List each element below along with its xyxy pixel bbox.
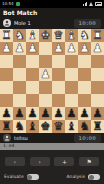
square-c5[interactable] <box>65 81 78 94</box>
black-bishop-piece[interactable]: ♝ <box>27 120 37 133</box>
flag-button[interactable]: ⚑ <box>79 157 99 166</box>
opponent-clock: 10:00 <box>74 19 101 28</box>
square-d8[interactable]: ♛ <box>52 120 65 133</box>
chevron-left-icon: ‹ <box>14 159 16 165</box>
player-row: tsitsu 10:00 <box>0 133 104 143</box>
square-e5[interactable] <box>39 81 52 94</box>
black-rook-piece[interactable]: ♜ <box>1 120 11 133</box>
black-bishop-piece[interactable]: ♝ <box>66 120 76 133</box>
square-a8[interactable]: ♜ <box>91 120 104 133</box>
bottom-controls: ‹ › + ⚑ Evaluate Analysis <box>0 150 104 184</box>
back-button[interactable]: ‹ <box>5 157 25 166</box>
square-e8[interactable]: ♚ <box>39 120 52 133</box>
white-pawn-piece[interactable]: ♟ <box>79 42 89 55</box>
battery-icon <box>95 2 102 6</box>
opponent-name: Mole 1 <box>14 21 74 26</box>
black-rook-piece[interactable]: ♜ <box>92 120 102 133</box>
header: Bot Match <box>0 8 104 17</box>
square-h5[interactable] <box>0 81 13 94</box>
square-c4[interactable] <box>65 68 78 81</box>
square-b4[interactable] <box>78 68 91 81</box>
player-name: tsitsu <box>14 136 74 141</box>
status-bar: 10:54 <box>0 0 104 8</box>
square-f2[interactable]: ♟ <box>26 42 39 55</box>
player-clock: 10:00 <box>74 134 101 143</box>
square-a5[interactable] <box>91 81 104 94</box>
black-knight-piece[interactable]: ♞ <box>14 120 24 133</box>
chess-board: ♜♞♝♚♛♝♞♜♟♟♟♟♟♟♟♟♟♟♟♟♟♟♟♟♜♞♝♚♛♝♞♜ <box>0 29 104 133</box>
square-d3[interactable] <box>52 55 65 68</box>
square-g5[interactable] <box>13 81 26 94</box>
evaluate-label: Evaluate <box>4 175 24 180</box>
square-f8[interactable]: ♝ <box>26 120 39 133</box>
square-g4[interactable] <box>13 68 26 81</box>
square-b3[interactable] <box>78 55 91 68</box>
square-g2[interactable]: ♟ <box>13 42 26 55</box>
white-pawn-piece[interactable]: ♟ <box>14 42 24 55</box>
square-g8[interactable]: ♞ <box>13 120 26 133</box>
toggle-row: Evaluate Analysis <box>0 174 104 180</box>
analysis-toggle[interactable] <box>88 174 100 180</box>
square-d5[interactable] <box>52 81 65 94</box>
mobile-data-icon <box>89 2 93 6</box>
nav-button-row: ‹ › + ⚑ <box>0 157 104 166</box>
square-h2[interactable]: ♟ <box>0 42 13 55</box>
square-c8[interactable]: ♝ <box>65 120 78 133</box>
square-c3[interactable] <box>65 55 78 68</box>
app-screen: 10:54 Bot Match Mole 1 10:00 ♜♞♝♚♛♝♞♜♟♟♟… <box>0 0 104 184</box>
white-pawn-piece[interactable]: ♟ <box>1 42 11 55</box>
square-e2[interactable] <box>39 42 52 55</box>
page-title: Bot Match <box>3 10 37 16</box>
square-h8[interactable]: ♜ <box>0 120 13 133</box>
square-b8[interactable]: ♞ <box>78 120 91 133</box>
square-c2[interactable]: ♟ <box>65 42 78 55</box>
analysis-label: Analysis <box>66 175 85 180</box>
status-time: 10:54 <box>2 2 14 6</box>
white-king-piece[interactable]: ♚ <box>40 29 50 42</box>
square-b2[interactable]: ♟ <box>78 42 91 55</box>
square-d4[interactable] <box>52 68 65 81</box>
notification-icon <box>16 2 20 6</box>
plus-icon: + <box>62 159 67 165</box>
forward-button[interactable]: › <box>30 157 50 166</box>
square-a3[interactable] <box>91 55 104 68</box>
move-list[interactable]: 1. e4 <box>0 143 104 150</box>
black-queen-piece[interactable]: ♛ <box>53 120 63 133</box>
opponent-avatar[interactable] <box>3 19 11 27</box>
white-pawn-piece[interactable]: ♟ <box>40 68 50 81</box>
white-pawn-piece[interactable]: ♟ <box>53 42 63 55</box>
square-f4[interactable] <box>26 68 39 81</box>
square-f5[interactable] <box>26 81 39 94</box>
move-text: 1. e4 <box>3 144 14 149</box>
square-f3[interactable] <box>26 55 39 68</box>
square-a4[interactable] <box>91 68 104 81</box>
square-e4[interactable]: ♟ <box>39 68 52 81</box>
white-pawn-piece[interactable]: ♟ <box>27 42 37 55</box>
signal-bars-icon <box>83 2 87 6</box>
white-pawn-piece[interactable]: ♟ <box>66 42 76 55</box>
chevron-right-icon: › <box>38 159 40 165</box>
black-knight-piece[interactable]: ♞ <box>79 120 89 133</box>
add-button[interactable]: + <box>54 157 74 166</box>
evaluate-toggle[interactable] <box>27 174 39 180</box>
square-g3[interactable] <box>13 55 26 68</box>
player-avatar[interactable] <box>3 134 11 142</box>
square-e1[interactable]: ♚ <box>39 29 52 42</box>
white-pawn-piece[interactable]: ♟ <box>92 42 102 55</box>
black-king-piece[interactable]: ♚ <box>40 120 50 133</box>
square-d2[interactable]: ♟ <box>52 42 65 55</box>
square-h4[interactable] <box>0 68 13 81</box>
flag-icon: ⚑ <box>86 159 91 165</box>
square-b5[interactable] <box>78 81 91 94</box>
square-h3[interactable] <box>0 55 13 68</box>
square-a2[interactable]: ♟ <box>91 42 104 55</box>
